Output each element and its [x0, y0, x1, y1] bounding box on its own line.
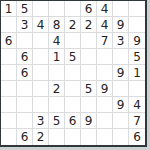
sudoku-cell-r3c2[interactable]	[17, 33, 33, 49]
sudoku-cell-r4c1[interactable]	[1, 49, 17, 65]
sudoku-cell-r1c6[interactable]: 6	[81, 1, 97, 17]
sudoku-cell-r1c8[interactable]	[113, 1, 129, 17]
sudoku-cell-r3c5[interactable]	[65, 33, 81, 49]
sudoku-cell-r8c7[interactable]	[97, 113, 113, 129]
sudoku-cell-r7c9[interactable]: 4	[129, 97, 145, 113]
sudoku-cell-r4c2[interactable]: 6	[17, 49, 33, 65]
sudoku-cell-r1c5[interactable]	[65, 1, 81, 17]
sudoku-cell-r9c8[interactable]	[113, 129, 129, 145]
sudoku-cell-r7c6[interactable]	[81, 97, 97, 113]
sudoku-cell-r7c5[interactable]	[65, 97, 81, 113]
sudoku-cell-r3c3[interactable]	[33, 33, 49, 49]
sudoku-cell-r1c7[interactable]: 4	[97, 1, 113, 17]
sudoku-cell-r5c5[interactable]	[65, 65, 81, 81]
sudoku-board: 156434822496473961556912599435697626	[0, 0, 147, 147]
sudoku-cell-r1c9[interactable]	[129, 1, 145, 17]
sudoku-cell-r3c6[interactable]	[81, 33, 97, 49]
sudoku-cell-r9c7[interactable]	[97, 129, 113, 145]
sudoku-cell-r2c4[interactable]: 8	[49, 17, 65, 33]
sudoku-cell-r9c3[interactable]: 2	[33, 129, 49, 145]
sudoku-cell-r4c7[interactable]	[97, 49, 113, 65]
sudoku-cell-r9c4[interactable]	[49, 129, 65, 145]
sudoku-cell-r2c6[interactable]: 2	[81, 17, 97, 33]
sudoku-cell-r5c3[interactable]	[33, 65, 49, 81]
sudoku-cell-r4c5[interactable]: 5	[65, 49, 81, 65]
sudoku-cell-r6c6[interactable]: 5	[81, 81, 97, 97]
sudoku-cell-r9c5[interactable]	[65, 129, 81, 145]
sudoku-cell-r4c6[interactable]	[81, 49, 97, 65]
sudoku-cell-r8c5[interactable]: 6	[65, 113, 81, 129]
sudoku-cell-r3c8[interactable]: 3	[113, 33, 129, 49]
sudoku-cell-r7c4[interactable]	[49, 97, 65, 113]
sudoku-cell-r8c2[interactable]	[17, 113, 33, 129]
sudoku-cell-r8c8[interactable]	[113, 113, 129, 129]
sudoku-cell-r8c3[interactable]: 3	[33, 113, 49, 129]
sudoku-cell-r6c9[interactable]	[129, 81, 145, 97]
sudoku-cell-r3c1[interactable]: 6	[1, 33, 17, 49]
sudoku-cell-r9c1[interactable]	[1, 129, 17, 145]
sudoku-cell-r2c3[interactable]: 4	[33, 17, 49, 33]
sudoku-cell-r5c9[interactable]: 1	[129, 65, 145, 81]
sudoku-cell-r1c1[interactable]: 1	[1, 1, 17, 17]
sudoku-cell-r8c4[interactable]: 5	[49, 113, 65, 129]
sudoku-cell-r7c3[interactable]	[33, 97, 49, 113]
sudoku-cell-r2c5[interactable]: 2	[65, 17, 81, 33]
sudoku-cell-r1c2[interactable]: 5	[17, 1, 33, 17]
sudoku-cell-r6c2[interactable]	[17, 81, 33, 97]
sudoku-cell-r9c2[interactable]: 6	[17, 129, 33, 145]
sudoku-cell-r1c3[interactable]	[33, 1, 49, 17]
sudoku-cell-r5c2[interactable]: 6	[17, 65, 33, 81]
sudoku-cell-r9c6[interactable]	[81, 129, 97, 145]
sudoku-cell-r5c8[interactable]: 9	[113, 65, 129, 81]
sudoku-cell-r6c7[interactable]: 9	[97, 81, 113, 97]
sudoku-cell-r7c8[interactable]: 9	[113, 97, 129, 113]
sudoku-cell-r7c2[interactable]	[17, 97, 33, 113]
sudoku-cell-r3c4[interactable]: 4	[49, 33, 65, 49]
sudoku-cell-r5c4[interactable]	[49, 65, 65, 81]
sudoku-cell-r2c9[interactable]	[129, 17, 145, 33]
sudoku-cell-r9c9[interactable]: 6	[129, 129, 145, 145]
sudoku-cell-r3c7[interactable]: 7	[97, 33, 113, 49]
sudoku-cell-r6c5[interactable]	[65, 81, 81, 97]
sudoku-cell-r5c1[interactable]	[1, 65, 17, 81]
sudoku-cell-r6c8[interactable]	[113, 81, 129, 97]
sudoku-cell-r8c9[interactable]: 7	[129, 113, 145, 129]
sudoku-cell-r6c4[interactable]: 2	[49, 81, 65, 97]
sudoku-cell-r6c1[interactable]	[1, 81, 17, 97]
sudoku-cell-r7c1[interactable]	[1, 97, 17, 113]
sudoku-cell-r7c7[interactable]	[97, 97, 113, 113]
sudoku-cell-r4c9[interactable]: 5	[129, 49, 145, 65]
sudoku-cell-r4c4[interactable]: 1	[49, 49, 65, 65]
sudoku-cell-r2c7[interactable]: 4	[97, 17, 113, 33]
sudoku-cell-r3c9[interactable]: 9	[129, 33, 145, 49]
sudoku-cell-r4c8[interactable]	[113, 49, 129, 65]
sudoku-cell-r5c7[interactable]	[97, 65, 113, 81]
sudoku-cell-r8c6[interactable]: 9	[81, 113, 97, 129]
sudoku-cell-r8c1[interactable]	[1, 113, 17, 129]
sudoku-cell-r4c3[interactable]	[33, 49, 49, 65]
sudoku-cell-r2c2[interactable]: 3	[17, 17, 33, 33]
sudoku-cell-r5c6[interactable]	[81, 65, 97, 81]
sudoku-cell-r1c4[interactable]	[49, 1, 65, 17]
sudoku-cell-r2c1[interactable]	[1, 17, 17, 33]
sudoku-cell-r6c3[interactable]	[33, 81, 49, 97]
sudoku-cell-r2c8[interactable]: 9	[113, 17, 129, 33]
